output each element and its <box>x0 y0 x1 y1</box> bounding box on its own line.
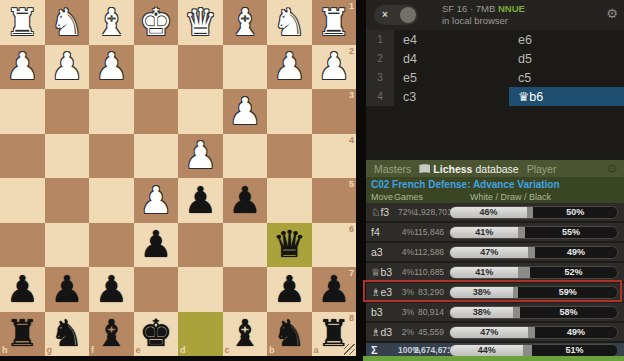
explorer-rows: ♘f372%1,928,70146%50%f44%115,84641%55%a3… <box>366 203 624 343</box>
white-pawn-c3[interactable]: ♟ <box>223 89 268 134</box>
black-wins-segment: 49% <box>535 327 617 338</box>
white-bishop-f1[interactable]: ♝ <box>89 0 134 45</box>
explorer-move-Bd3: ♗d3 <box>366 326 398 338</box>
black-pawn-h7[interactable]: ♟ <box>0 267 45 312</box>
square-g7[interactable]: ♟ <box>45 267 90 312</box>
opening-explorer: MastersLichess databasePlayer⚙ C02 Frenc… <box>366 160 624 357</box>
square-a3[interactable]: 3 <box>312 89 357 134</box>
chess-board[interactable]: ♜♞♝♚♛♝♞♜1♟♟♟♟♟2♟3♟4♟♟♟5♟♛6♟♟♟♟♟7♜h♞g♝f♚e… <box>0 0 356 356</box>
square-d5[interactable]: ♟ <box>178 178 223 223</box>
move-number: 4 <box>366 87 394 106</box>
nnue-badge: NNUE <box>498 3 525 14</box>
draw-segment <box>528 247 535 258</box>
explorer-move-Be3: ♗e3 <box>366 286 398 298</box>
rank-label-6: 6 <box>349 225 354 234</box>
file-label-b: b <box>269 346 275 355</box>
black-queen-b6[interactable]: ♛ <box>267 223 312 268</box>
draw-segment <box>518 267 530 278</box>
explorer-row-Qb3[interactable]: ♕b34%110,68541%52% <box>366 263 624 283</box>
games-percent: 4% <box>398 227 414 237</box>
draw-segment <box>513 307 520 318</box>
close-icon: × <box>382 9 388 20</box>
square-f8[interactable]: ♝f <box>89 312 134 357</box>
games-count: 1,928,701 <box>414 207 444 217</box>
white-wins-segment: 44% <box>450 345 523 356</box>
column-move: Move <box>371 192 394 202</box>
explorer-move-Nf3: ♘f3 <box>366 206 398 218</box>
move-white-e5[interactable]: e5 <box>394 68 509 87</box>
square-c8[interactable]: ♝c <box>223 312 268 357</box>
square-h4[interactable] <box>0 134 45 179</box>
black-wins-segment: 59% <box>518 287 617 298</box>
square-a4[interactable]: 4 <box>312 134 357 179</box>
square-c7[interactable] <box>223 267 268 312</box>
square-a2[interactable]: ♟2 <box>312 45 357 90</box>
explorer-row-b3[interactable]: b33%80,91438%58% <box>366 303 624 323</box>
square-g5[interactable] <box>45 178 90 223</box>
move-list: 1e4e62d4d53e5c54c3♛b6 <box>366 30 624 106</box>
square-d2[interactable] <box>178 45 223 90</box>
move-row-3: 3e5c5 <box>366 68 624 87</box>
square-a5[interactable]: 5 <box>312 178 357 223</box>
file-label-h: h <box>2 346 8 355</box>
board-resize-handle[interactable] <box>344 344 355 355</box>
move-black-c5[interactable]: c5 <box>509 68 624 87</box>
move-row-4: 4c3♛b6 <box>366 87 624 106</box>
square-h6[interactable] <box>0 223 45 268</box>
square-c5[interactable]: ♟ <box>223 178 268 223</box>
square-g6[interactable] <box>45 223 90 268</box>
white-knight-b1[interactable]: ♞ <box>267 0 312 45</box>
rank-label-2: 2 <box>349 47 354 56</box>
square-c2[interactable] <box>223 45 268 90</box>
square-g1[interactable]: ♞ <box>45 0 90 45</box>
file-label-f: f <box>91 346 94 355</box>
games-count: 45,559 <box>414 327 444 337</box>
move-number: 3 <box>366 68 394 87</box>
result-bar: 47%49% <box>449 326 618 339</box>
rank-label-1: 1 <box>349 2 354 11</box>
square-f4[interactable] <box>89 134 134 179</box>
rank-label-8: 8 <box>349 314 354 323</box>
square-e2[interactable] <box>134 45 179 90</box>
analysis-panel: × SF 16 · 7MB NNUE in local browser ⚙ 1e… <box>366 0 624 361</box>
black-wins-segment: 51% <box>532 345 617 356</box>
white-knight-g1[interactable]: ♞ <box>45 0 90 45</box>
rank-label-4: 4 <box>349 136 354 145</box>
book-icon <box>419 164 430 173</box>
square-c1[interactable]: ♝ <box>223 0 268 45</box>
explorer-move-f4: f4 <box>366 226 398 238</box>
square-e5[interactable]: ♟ <box>134 178 179 223</box>
white-pawn-e5[interactable]: ♟ <box>134 178 179 223</box>
square-g8[interactable]: ♞g <box>45 312 90 357</box>
column-results: White / Draw / Black <box>470 192 551 202</box>
explorer-row-a3[interactable]: a34%112,58647%49% <box>366 243 624 263</box>
opening-name: C02 French Defense: Advance Variation <box>366 177 624 191</box>
engine-toggle[interactable]: × <box>374 5 418 25</box>
square-a7[interactable]: ♟7 <box>312 267 357 312</box>
draw-segment <box>518 227 525 238</box>
white-rook-h1[interactable]: ♜ <box>0 0 45 45</box>
result-bar: 38%58% <box>449 306 618 319</box>
square-d8[interactable]: d <box>178 312 223 357</box>
white-pawn-f2[interactable]: ♟ <box>89 45 134 90</box>
square-b5[interactable] <box>267 178 312 223</box>
explorer-row-Nf3[interactable]: ♘f372%1,928,70146%50% <box>366 203 624 223</box>
games-count: 80,914 <box>414 307 444 317</box>
games-count: 83,290 <box>414 287 444 297</box>
tab-masters[interactable]: Masters <box>374 163 411 175</box>
white-wins-segment: 47% <box>450 247 528 258</box>
square-h3[interactable] <box>0 89 45 134</box>
tab-player[interactable]: Player <box>527 163 557 175</box>
square-g2[interactable]: ♟ <box>45 45 90 90</box>
white-wins-segment: 41% <box>450 227 518 238</box>
explorer-move-Qb3: ♕b3 <box>366 266 398 278</box>
square-c4[interactable] <box>223 134 268 179</box>
square-h5[interactable] <box>0 178 45 223</box>
result-bar: 47%49% <box>449 246 618 259</box>
move-number: 2 <box>366 49 394 68</box>
square-h1[interactable]: ♜ <box>0 0 45 45</box>
explorer-settings-gear-icon[interactable]: ⚙ <box>606 162 618 175</box>
result-bar: 44%51% <box>449 344 618 357</box>
bottom-action-strip[interactable] <box>363 356 624 361</box>
games-percent: 3% <box>398 307 414 317</box>
white-pawn-h2[interactable]: ♟ <box>0 45 45 90</box>
white-pawn-g2[interactable]: ♟ <box>45 45 90 90</box>
square-f7[interactable]: ♟ <box>89 267 134 312</box>
square-e3[interactable] <box>134 89 179 134</box>
square-f3[interactable] <box>89 89 134 134</box>
games-percent: 100% <box>398 345 414 355</box>
white-wins-segment: 38% <box>450 287 513 298</box>
explorer-move-b3: b3 <box>366 306 398 318</box>
white-wins-segment: 41% <box>450 267 518 278</box>
square-d6[interactable] <box>178 223 223 268</box>
move-black-e6[interactable]: e6 <box>509 30 624 49</box>
square-f6[interactable] <box>89 223 134 268</box>
draw-segment <box>527 207 534 218</box>
rank-label-7: 7 <box>349 269 354 278</box>
games-count: 115,846 <box>414 227 444 237</box>
square-d1[interactable]: ♛ <box>178 0 223 45</box>
black-wins-segment: 58% <box>520 307 617 318</box>
white-pawn-d4[interactable]: ♟ <box>178 134 223 179</box>
file-label-e: e <box>136 346 141 355</box>
explorer-total-row: Σ100%2,674,67144%51% <box>366 343 624 357</box>
tab-lichess-database[interactable]: Lichess database <box>419 163 518 175</box>
games-count: 110,685 <box>414 267 444 277</box>
result-bar: 46%50% <box>449 206 618 219</box>
games-percent: 4% <box>398 247 414 257</box>
file-label-a: a <box>314 346 319 355</box>
games-percent: 2% <box>398 327 414 337</box>
square-e6[interactable]: ♟ <box>134 223 179 268</box>
square-g3[interactable] <box>45 89 90 134</box>
square-b2[interactable]: ♟ <box>267 45 312 90</box>
move-black-Qb6-active[interactable]: ♛b6 <box>509 87 624 106</box>
draw-segment <box>528 327 535 338</box>
square-e8[interactable]: ♚e <box>134 312 179 357</box>
black-pawn-c5[interactable]: ♟ <box>223 178 268 223</box>
rank-label-5: 5 <box>349 180 354 189</box>
square-a6[interactable]: 6 <box>312 223 357 268</box>
explorer-total[interactable]: Σ100%2,674,67144%51% <box>366 343 624 357</box>
square-b7[interactable]: ♟ <box>267 267 312 312</box>
black-wins-segment: 49% <box>535 247 617 258</box>
file-label-g: g <box>47 346 53 355</box>
explorer-tab-bar: MastersLichess databasePlayer⚙ <box>366 160 624 177</box>
analysis-page: ♜♞♝♚♛♝♞♜1♟♟♟♟♟2♟3♟4♟♟♟5♟♛6♟♟♟♟♟7♜h♞g♝f♚e… <box>0 0 624 361</box>
square-e4[interactable] <box>134 134 179 179</box>
square-b1[interactable]: ♞ <box>267 0 312 45</box>
move-number: 1 <box>366 30 394 49</box>
explorer-row-f4[interactable]: f44%115,84641%55% <box>366 223 624 243</box>
move-white-c3[interactable]: c3 <box>394 87 509 106</box>
toggle-knob-icon <box>400 7 416 23</box>
square-b4[interactable] <box>267 134 312 179</box>
square-e1[interactable]: ♚ <box>134 0 179 45</box>
draw-segment <box>523 345 531 356</box>
black-wins-segment: 52% <box>530 267 617 278</box>
white-pawn-b2[interactable]: ♟ <box>267 45 312 90</box>
move-white-e4[interactable]: e4 <box>394 30 509 49</box>
sigma-symbol: Σ <box>366 344 398 356</box>
black-pawn-f7[interactable]: ♟ <box>89 267 134 312</box>
move-row-2: 2d4d5 <box>366 49 624 68</box>
square-f1[interactable]: ♝ <box>89 0 134 45</box>
result-bar: 41%52% <box>449 266 618 279</box>
engine-settings-gear-icon[interactable]: ⚙ <box>606 7 618 20</box>
black-pawn-e6[interactable]: ♟ <box>134 223 179 268</box>
white-bishop-c1[interactable]: ♝ <box>223 0 268 45</box>
games-percent: 4% <box>398 267 414 277</box>
black-wins-segment: 50% <box>533 207 617 218</box>
black-pawn-b7[interactable]: ♟ <box>267 267 312 312</box>
square-d4[interactable]: ♟ <box>178 134 223 179</box>
square-d3[interactable] <box>178 89 223 134</box>
square-c3[interactable]: ♟ <box>223 89 268 134</box>
black-bishop-f8[interactable]: ♝ <box>89 312 134 357</box>
square-h7[interactable]: ♟ <box>0 267 45 312</box>
games-count: 112,586 <box>414 247 444 257</box>
black-wins-segment: 55% <box>525 227 617 238</box>
result-bar: 38%59% <box>449 286 618 299</box>
square-f2[interactable]: ♟ <box>89 45 134 90</box>
black-pawn-g7[interactable]: ♟ <box>45 267 90 312</box>
file-label-d: d <box>180 346 186 355</box>
games-percent: 3% <box>398 287 414 297</box>
square-b6[interactable]: ♛ <box>267 223 312 268</box>
engine-info: SF 16 · 7MB NNUE in local browser <box>442 3 525 28</box>
white-wins-segment: 46% <box>450 207 527 218</box>
square-c6[interactable] <box>223 223 268 268</box>
move-row-1: 1e4e6 <box>366 30 624 49</box>
white-king-e1[interactable]: ♚ <box>134 0 179 45</box>
square-g4[interactable] <box>45 134 90 179</box>
games-percent: 72% <box>398 207 414 217</box>
square-d7[interactable] <box>178 267 223 312</box>
explorer-move-a3: a3 <box>366 246 398 258</box>
file-label-c: c <box>225 346 230 355</box>
square-h2[interactable]: ♟ <box>0 45 45 90</box>
square-b3[interactable] <box>267 89 312 134</box>
games-count: 2,674,671 <box>414 345 444 355</box>
white-wins-segment: 47% <box>450 327 528 338</box>
explorer-row-Bd3[interactable]: ♗d32%45,55947%49% <box>366 323 624 343</box>
column-games: Games <box>394 192 440 202</box>
black-pawn-d5[interactable]: ♟ <box>178 178 223 223</box>
engine-name: SF 16 · 7MB <box>442 3 495 14</box>
square-e7[interactable] <box>134 267 179 312</box>
result-bar: 41%55% <box>449 226 618 239</box>
square-h8[interactable]: ♜h <box>0 312 45 357</box>
engine-location: in local browser <box>442 15 525 27</box>
square-a1[interactable]: ♜1 <box>312 0 357 45</box>
rank-label-3: 3 <box>349 91 354 100</box>
square-b8[interactable]: ♞b <box>267 312 312 357</box>
white-wins-segment: 38% <box>450 307 513 318</box>
square-f5[interactable] <box>89 178 134 223</box>
explorer-column-headers: Move Games White / Draw / Black <box>366 191 624 203</box>
move-white-d4[interactable]: d4 <box>394 49 509 68</box>
engine-header: × SF 16 · 7MB NNUE in local browser ⚙ <box>366 0 624 30</box>
white-queen-d1[interactable]: ♛ <box>178 0 223 45</box>
move-black-d5[interactable]: d5 <box>509 49 624 68</box>
explorer-row-Be3[interactable]: ♗e33%83,29038%59% <box>366 283 624 303</box>
